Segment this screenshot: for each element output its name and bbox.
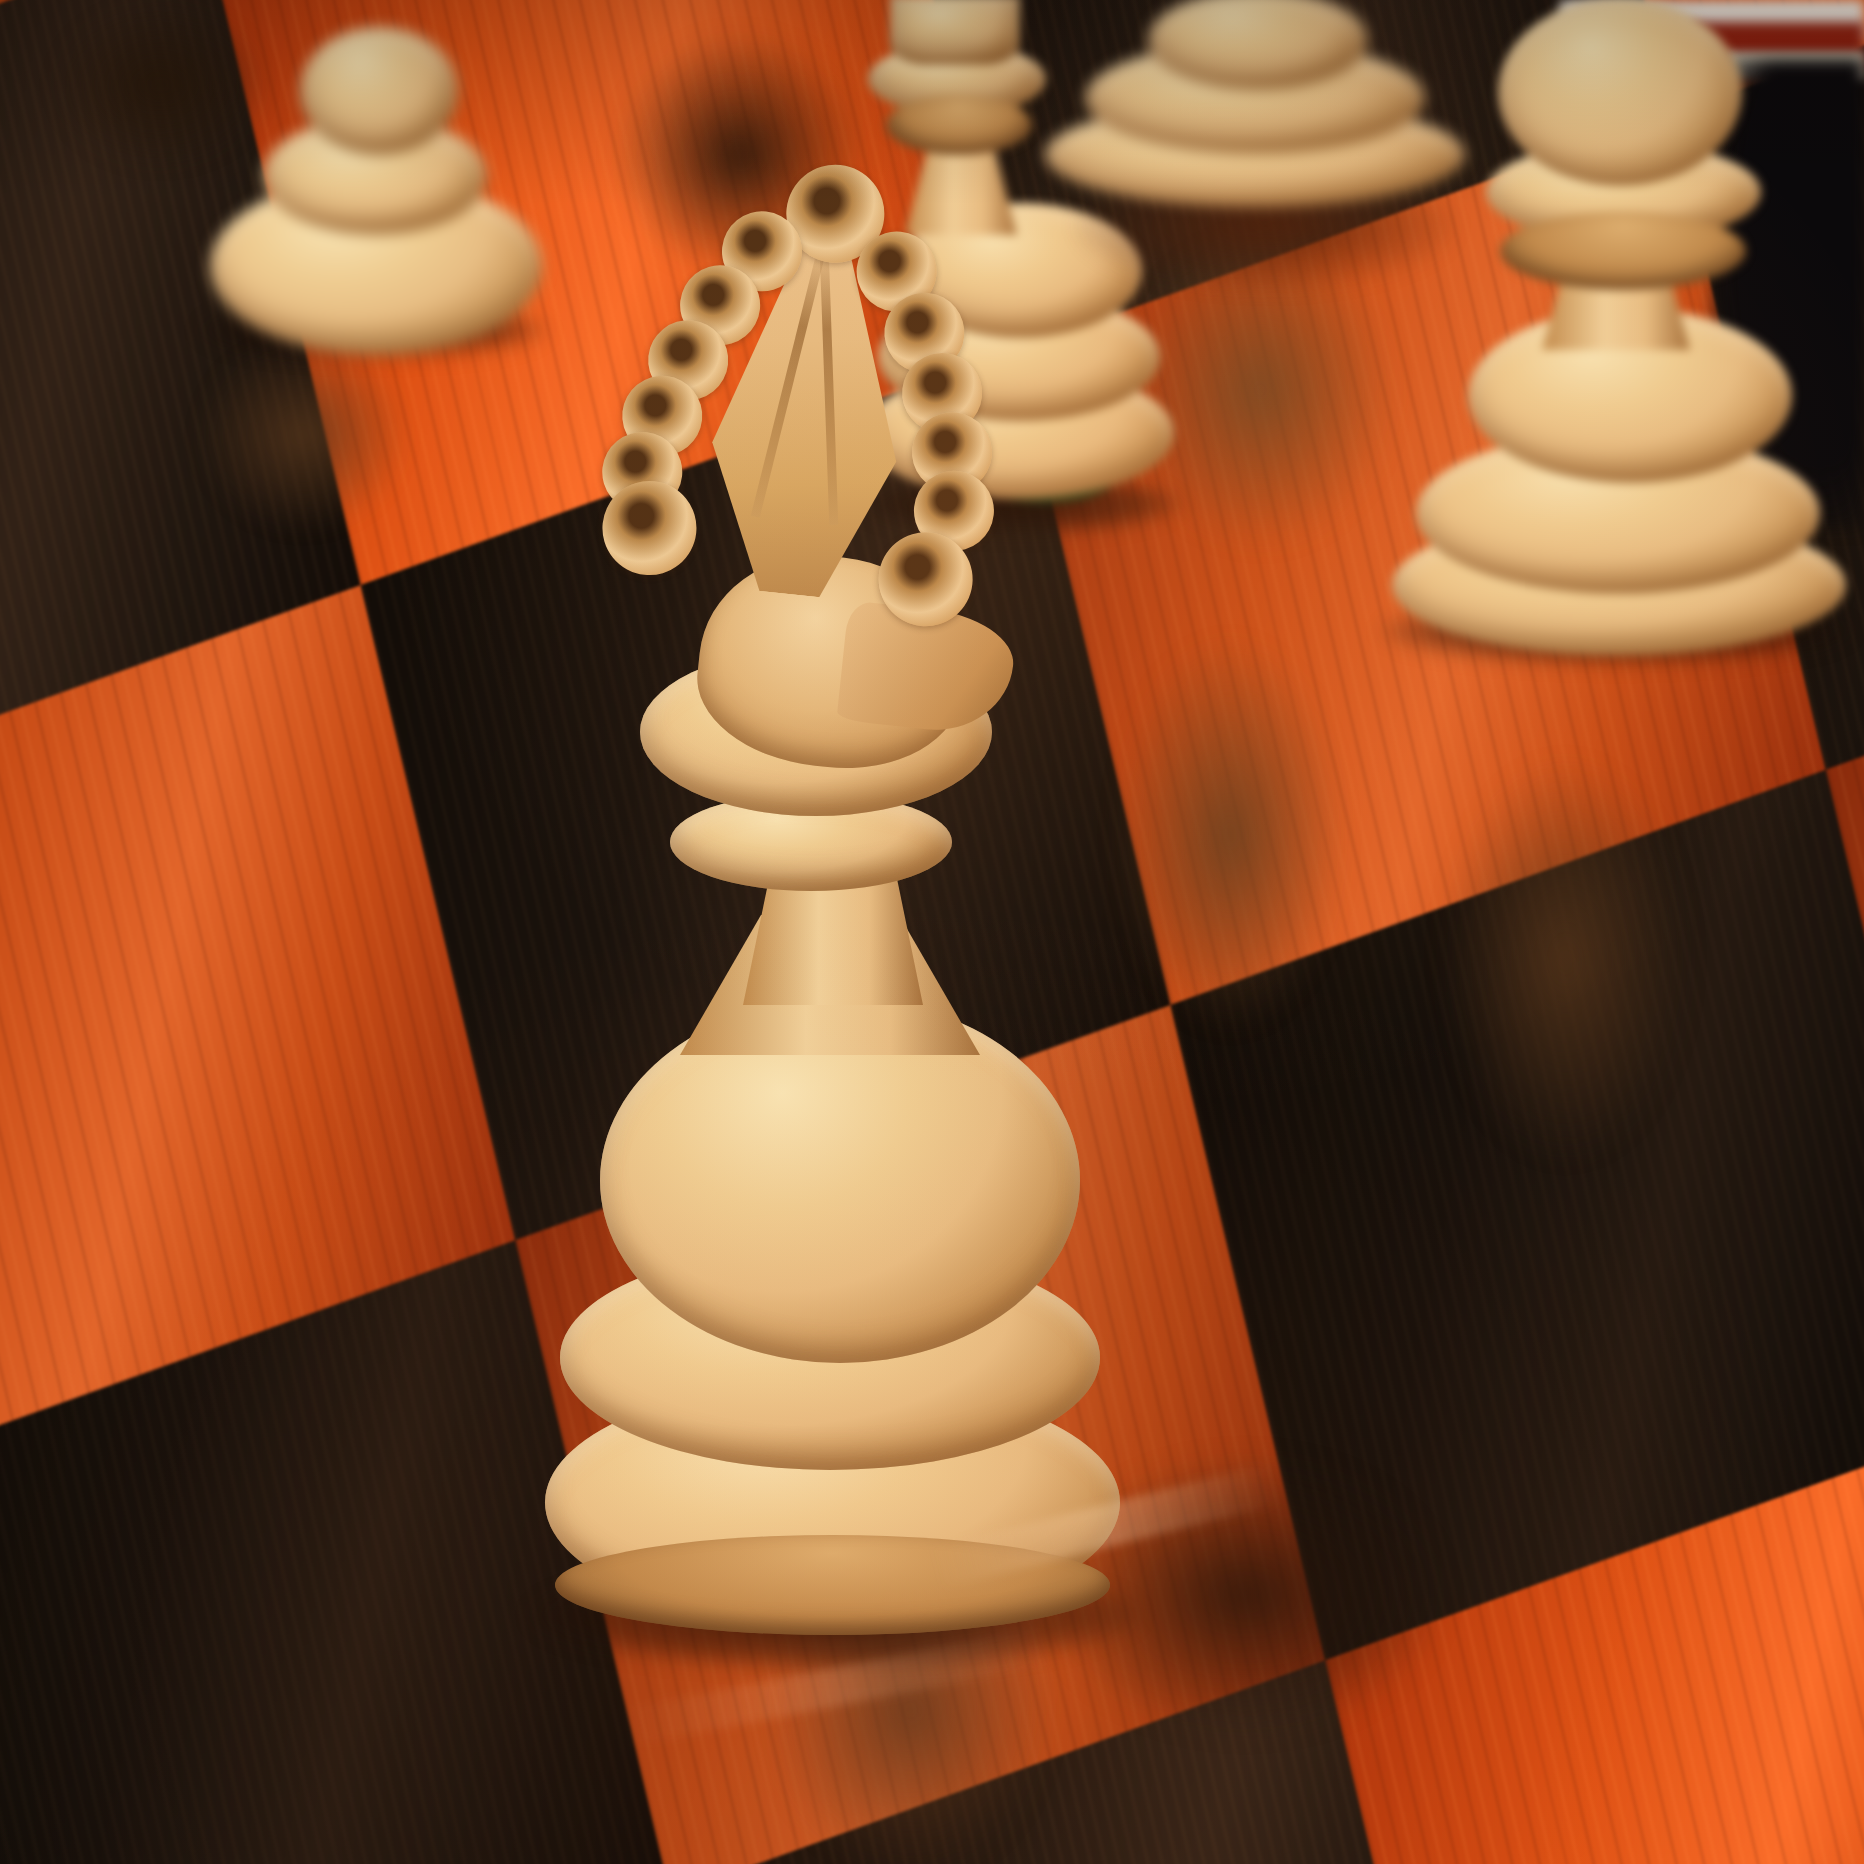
pawn-collar (1500, 212, 1746, 290)
white-bishop-foreground: ♗ (425, 160, 1125, 1720)
piece-reflection (195, 335, 410, 535)
piece-reflection (1112, 635, 1347, 1035)
photo-stage: ♙ ♙ ♔ ♙ ♗ (0, 0, 1864, 1864)
bishop-carved-finial (517, 150, 1057, 797)
pawn-ball-finial (1498, 0, 1742, 186)
pawn-neck (890, 0, 1020, 65)
piece-dome (300, 27, 458, 155)
pawn-collar (886, 95, 1032, 155)
white-pawn-top-right: ♙ (1380, 0, 1858, 675)
piece-reflection (1438, 755, 1693, 1165)
